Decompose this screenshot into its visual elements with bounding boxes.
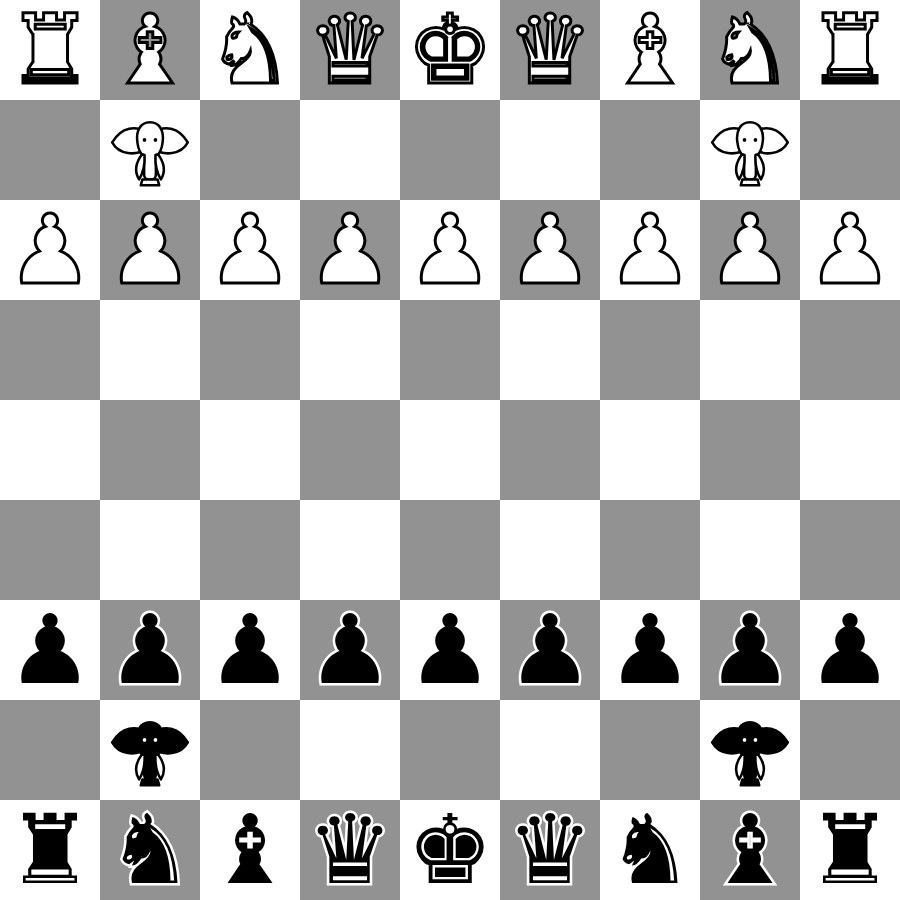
- square-r6c4[interactable]: [300, 500, 400, 600]
- piece-glyph: ♛: [307, 0, 393, 100]
- square-r3c4[interactable]: ♟: [300, 200, 400, 300]
- piece-glyph: ♟: [707, 600, 793, 700]
- piece-glyph: ♜: [807, 800, 893, 900]
- black-pawn-icon[interactable]: ♟♟: [0, 600, 100, 700]
- square-r1c3[interactable]: ♞: [200, 0, 300, 100]
- square-r2c3[interactable]: [200, 100, 300, 200]
- piece-glyph: ♟: [207, 600, 293, 700]
- square-r5c4[interactable]: [300, 400, 400, 500]
- square-r7c3[interactable]: ♟♟: [200, 600, 300, 700]
- black-rook-icon[interactable]: ♜♜: [800, 800, 900, 900]
- square-r6c2[interactable]: [100, 500, 200, 600]
- square-r8c5[interactable]: [400, 700, 500, 800]
- square-r1c4[interactable]: ♛: [300, 0, 400, 100]
- piece-glyph: ♟: [7, 200, 93, 300]
- square-r9c9[interactable]: ♜♜: [800, 800, 900, 900]
- piece-glyph: ♟: [607, 600, 693, 700]
- square-r2c4[interactable]: [300, 100, 400, 200]
- piece-glyph: ♜: [807, 0, 893, 100]
- square-r8c9[interactable]: [800, 700, 900, 800]
- piece-glyph: ♟: [707, 200, 793, 300]
- square-r4c4[interactable]: [300, 300, 400, 400]
- square-r5c6[interactable]: [500, 400, 600, 500]
- square-r5c9[interactable]: [800, 400, 900, 500]
- square-r4c9[interactable]: [800, 300, 900, 400]
- piece-glyph: ♜: [7, 0, 93, 100]
- black-king-icon[interactable]: ♚♚: [400, 800, 500, 900]
- piece-glyph: ♟: [807, 200, 893, 300]
- piece-glyph: ♝: [207, 800, 293, 900]
- square-r5c7[interactable]: [600, 400, 700, 500]
- square-r8c7[interactable]: [600, 700, 700, 800]
- white-queen-icon[interactable]: ♛: [300, 0, 400, 100]
- square-r9c2[interactable]: ♞♞: [100, 800, 200, 900]
- piece-glyph: ♚: [407, 800, 493, 900]
- square-r2c6[interactable]: [500, 100, 600, 200]
- piece-glyph: ♟: [807, 600, 893, 700]
- square-r8c1[interactable]: [0, 700, 100, 800]
- piece-glyph: ♝: [107, 0, 193, 100]
- white-pawn-icon[interactable]: ♟: [800, 200, 900, 300]
- piece-glyph: ♚: [407, 0, 493, 100]
- square-r1c1[interactable]: ♜: [0, 0, 100, 100]
- white-knight-icon[interactable]: ♞: [200, 0, 300, 100]
- square-r5c1[interactable]: [0, 400, 100, 500]
- square-r7c6[interactable]: ♟♟: [500, 600, 600, 700]
- piece-glyph: ♟: [407, 200, 493, 300]
- square-r1c2[interactable]: ♝: [100, 0, 200, 100]
- piece-glyph: ♜: [7, 800, 93, 900]
- black-bishop-icon[interactable]: ♝♝: [200, 800, 300, 900]
- black-pawn-icon[interactable]: ♟♟: [600, 600, 700, 700]
- white-pawn-icon[interactable]: ♟: [600, 200, 700, 300]
- square-r2c1[interactable]: [0, 100, 100, 200]
- square-r5c2[interactable]: [100, 400, 200, 500]
- square-r3c2[interactable]: ♟: [100, 200, 200, 300]
- square-r6c5[interactable]: [400, 500, 500, 600]
- square-r2c7[interactable]: [600, 100, 700, 200]
- white-bishop-icon[interactable]: ♝: [100, 0, 200, 100]
- piece-glyph: ♞: [607, 800, 693, 900]
- white-elephant-icon[interactable]: [100, 100, 200, 200]
- square-r5c8[interactable]: [700, 400, 800, 500]
- square-r8c3[interactable]: [200, 700, 300, 800]
- square-r8c8[interactable]: [700, 700, 800, 800]
- black-pawn-icon[interactable]: ♟♟: [300, 600, 400, 700]
- square-r9c5[interactable]: ♚♚: [400, 800, 500, 900]
- square-r3c8[interactable]: ♟: [700, 200, 800, 300]
- white-pawn-icon[interactable]: ♟: [700, 200, 800, 300]
- square-r2c2[interactable]: [100, 100, 200, 200]
- black-queen-icon[interactable]: ♛♛: [500, 800, 600, 900]
- piece-glyph: ♞: [707, 0, 793, 100]
- piece-glyph: ♟: [407, 600, 493, 700]
- piece-glyph: ♝: [607, 0, 693, 100]
- white-elephant-icon[interactable]: [700, 100, 800, 200]
- white-queen-icon[interactable]: ♛: [500, 0, 600, 100]
- piece-glyph: ♛: [507, 800, 593, 900]
- square-r1c8[interactable]: ♞: [700, 0, 800, 100]
- square-r7c1[interactable]: ♟♟: [0, 600, 100, 700]
- white-knight-icon[interactable]: ♞: [700, 0, 800, 100]
- white-pawn-icon[interactable]: ♟: [0, 200, 100, 300]
- square-r2c8[interactable]: [700, 100, 800, 200]
- square-r3c5[interactable]: ♟: [400, 200, 500, 300]
- white-pawn-icon[interactable]: ♟: [500, 200, 600, 300]
- white-pawn-icon[interactable]: ♟: [300, 200, 400, 300]
- square-r6c3[interactable]: [200, 500, 300, 600]
- square-r3c1[interactable]: ♟: [0, 200, 100, 300]
- square-r6c1[interactable]: [0, 500, 100, 600]
- square-r6c9[interactable]: [800, 500, 900, 600]
- black-queen-icon[interactable]: ♛♛: [300, 800, 400, 900]
- square-r2c5[interactable]: [400, 100, 500, 200]
- piece-glyph: ♟: [7, 600, 93, 700]
- piece-glyph: ♟: [307, 600, 393, 700]
- piece-glyph: ♝: [707, 800, 793, 900]
- board: ♜♝♞♛♚♛♝♞♜♟♟♟♟♟♟♟♟♟♟♟♟♟♟♟♟♟♟♟♟♟♟♟♟♟♟♟♜♜♞♞…: [0, 0, 900, 900]
- black-elephant-icon[interactable]: [100, 700, 200, 800]
- piece-glyph: ♟: [507, 200, 593, 300]
- white-rook-icon[interactable]: ♜: [0, 0, 100, 100]
- square-r7c2[interactable]: ♟♟: [100, 600, 200, 700]
- square-r9c6[interactable]: ♛♛: [500, 800, 600, 900]
- piece-glyph: ♞: [107, 800, 193, 900]
- square-r7c5[interactable]: ♟♟: [400, 600, 500, 700]
- piece-glyph: ♟: [107, 600, 193, 700]
- black-pawn-icon[interactable]: ♟♟: [200, 600, 300, 700]
- square-r4c3[interactable]: [200, 300, 300, 400]
- black-pawn-icon[interactable]: ♟♟: [400, 600, 500, 700]
- square-r5c5[interactable]: [400, 400, 500, 500]
- square-r7c9[interactable]: ♟♟: [800, 600, 900, 700]
- white-bishop-icon[interactable]: ♝: [600, 0, 700, 100]
- black-pawn-icon[interactable]: ♟♟: [800, 600, 900, 700]
- square-r8c6[interactable]: [500, 700, 600, 800]
- square-r6c8[interactable]: [700, 500, 800, 600]
- black-elephant-icon[interactable]: [700, 700, 800, 800]
- black-bishop-icon[interactable]: ♝♝: [700, 800, 800, 900]
- black-pawn-icon[interactable]: ♟♟: [100, 600, 200, 700]
- square-r4c5[interactable]: [400, 300, 500, 400]
- piece-glyph: ♞: [207, 0, 293, 100]
- square-r1c6[interactable]: ♛: [500, 0, 600, 100]
- white-rook-icon[interactable]: ♜: [800, 0, 900, 100]
- piece-glyph: ♛: [307, 800, 393, 900]
- square-r9c1[interactable]: ♜♜: [0, 800, 100, 900]
- square-r5c3[interactable]: [200, 400, 300, 500]
- square-r3c7[interactable]: ♟: [600, 200, 700, 300]
- square-r4c6[interactable]: [500, 300, 600, 400]
- black-rook-icon[interactable]: ♜♜: [0, 800, 100, 900]
- square-r9c7[interactable]: ♞♞: [600, 800, 700, 900]
- piece-glyph: ♟: [207, 200, 293, 300]
- square-r9c4[interactable]: ♛♛: [300, 800, 400, 900]
- square-r9c8[interactable]: ♝♝: [700, 800, 800, 900]
- black-pawn-icon[interactable]: ♟♟: [500, 600, 600, 700]
- square-r8c2[interactable]: [100, 700, 200, 800]
- square-r6c7[interactable]: [600, 500, 700, 600]
- square-r1c7[interactable]: ♝: [600, 0, 700, 100]
- piece-glyph: ♟: [307, 200, 393, 300]
- square-r7c7[interactable]: ♟♟: [600, 600, 700, 700]
- square-r9c3[interactable]: ♝♝: [200, 800, 300, 900]
- square-r3c6[interactable]: ♟: [500, 200, 600, 300]
- white-pawn-icon[interactable]: ♟: [100, 200, 200, 300]
- black-knight-icon[interactable]: ♞♞: [600, 800, 700, 900]
- square-r3c9[interactable]: ♟: [800, 200, 900, 300]
- square-r4c2[interactable]: [100, 300, 200, 400]
- square-r6c6[interactable]: [500, 500, 600, 600]
- white-pawn-icon[interactable]: ♟: [400, 200, 500, 300]
- white-king-icon[interactable]: ♚: [400, 0, 500, 100]
- square-r7c4[interactable]: ♟♟: [300, 600, 400, 700]
- square-r4c7[interactable]: [600, 300, 700, 400]
- square-r4c1[interactable]: [0, 300, 100, 400]
- piece-glyph: ♟: [607, 200, 693, 300]
- piece-glyph: ♟: [107, 200, 193, 300]
- piece-glyph: ♟: [507, 600, 593, 700]
- square-r7c8[interactable]: ♟♟: [700, 600, 800, 700]
- square-r2c9[interactable]: [800, 100, 900, 200]
- square-r1c9[interactable]: ♜: [800, 0, 900, 100]
- black-knight-icon[interactable]: ♞♞: [100, 800, 200, 900]
- square-r4c8[interactable]: [700, 300, 800, 400]
- black-pawn-icon[interactable]: ♟♟: [700, 600, 800, 700]
- square-r1c5[interactable]: ♚: [400, 0, 500, 100]
- square-r3c3[interactable]: ♟: [200, 200, 300, 300]
- piece-glyph: ♛: [507, 0, 593, 100]
- square-r8c4[interactable]: [300, 700, 400, 800]
- white-pawn-icon[interactable]: ♟: [200, 200, 300, 300]
